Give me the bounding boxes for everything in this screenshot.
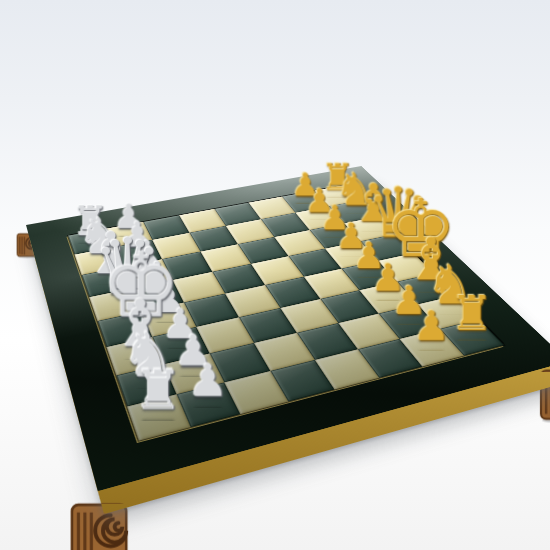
square-f7: [359, 282, 417, 314]
square-g1: [116, 364, 176, 406]
square-f6: [320, 290, 378, 323]
square-f5: [280, 299, 338, 333]
square-d1: [89, 288, 141, 321]
square-h8: [440, 319, 504, 355]
square-g8: [417, 295, 478, 328]
square-h4: [270, 360, 334, 402]
square-g2: [164, 353, 224, 394]
square-h3: [224, 371, 288, 414]
square-h5: [315, 349, 379, 389]
square-e2: [141, 302, 196, 336]
square-h7: [399, 329, 463, 367]
board-3d: ♜♜♞♞♝♝♛♛♚♚♝♝♞♞♜♜♟♟♟♟♟♟♟♟♟♟♟♟♟♟♟♟♟♟♟♟♟♟♟♟…: [26, 166, 550, 491]
square-h1: [127, 394, 190, 440]
square-e3: [184, 294, 239, 327]
square-e4: [225, 285, 280, 317]
square-g4: [254, 333, 315, 371]
square-g5: [297, 323, 358, 360]
square-e1: [97, 312, 152, 347]
square-h6: [358, 339, 422, 378]
square-f2: [152, 327, 210, 364]
perspective-scene: ♜♜♞♞♝♝♛♛♚♚♝♝♞♞♜♜♟♟♟♟♟♟♟♟♟♟♟♟♟♟♟♟♟♟♟♟♟♟♟♟…: [0, 0, 550, 550]
square-h2: [177, 382, 241, 427]
square-f3: [196, 317, 254, 353]
square-g3: [210, 343, 271, 382]
chess-set-product-photo: ♜♜♞♞♝♝♛♛♚♚♝♝♞♞♜♜♟♟♟♟♟♟♟♟♟♟♟♟♟♟♟♟♟♟♟♟♟♟♟♟…: [0, 0, 550, 550]
square-g7: [379, 304, 440, 339]
square-f1: [106, 337, 163, 376]
square-f4: [239, 308, 297, 343]
square-g6: [338, 314, 399, 350]
